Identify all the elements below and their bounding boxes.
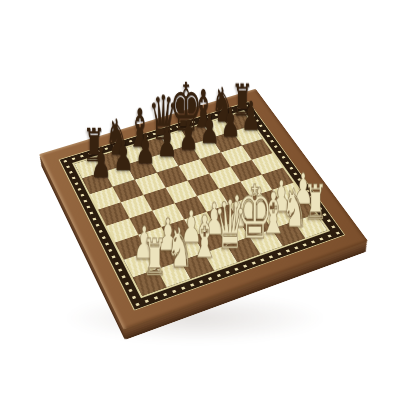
scene: ♜♞♝♛♚♝♞♜♟♟♟♟♟♟♟♟♟♟♟♟♟♟♟♟♜♞♝♛♚♝♞♜ xyxy=(0,0,400,400)
white-rook-a1: ♜ xyxy=(143,233,158,283)
white-knight-b1: ♞ xyxy=(167,220,182,275)
product-photo: ♜♞♝♛♚♝♞♜♟♟♟♟♟♟♟♟♟♟♟♟♟♟♟♟♜♞♝♛♚♝♞♜ xyxy=(0,0,400,400)
chess-board: ♜♞♝♛♚♝♞♜♟♟♟♟♟♟♟♟♟♟♟♟♟♟♟♟♜♞♝♛♚♝♞♜ xyxy=(39,89,368,330)
